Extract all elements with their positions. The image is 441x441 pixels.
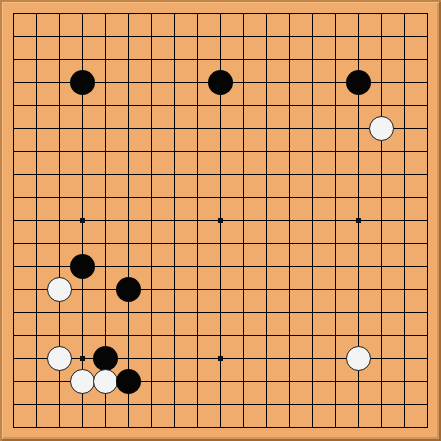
intersection-D5[interactable] (71, 324, 94, 347)
intersection-B2[interactable] (25, 393, 48, 416)
intersection-D11[interactable] (71, 186, 94, 209)
intersection-P19[interactable] (324, 2, 347, 25)
intersection-O8[interactable] (301, 255, 324, 278)
intersection-B7[interactable] (25, 278, 48, 301)
black-stone-D16[interactable]: ● (70, 70, 95, 95)
intersection-R1[interactable] (370, 416, 393, 439)
intersection-L9[interactable] (232, 232, 255, 255)
intersection-S5[interactable] (393, 324, 416, 347)
black-stone-F3[interactable]: ● (116, 369, 141, 394)
intersection-D6[interactable] (71, 301, 94, 324)
intersection-M11[interactable] (255, 186, 278, 209)
intersection-C1[interactable] (48, 416, 71, 439)
intersection-O12[interactable] (301, 163, 324, 186)
intersection-F13[interactable] (117, 140, 140, 163)
intersection-D17[interactable] (71, 48, 94, 71)
intersection-A8[interactable] (2, 255, 25, 278)
intersection-Q9[interactable] (347, 232, 370, 255)
intersection-K13[interactable] (209, 140, 232, 163)
intersection-G8[interactable] (140, 255, 163, 278)
intersection-E1[interactable] (94, 416, 117, 439)
intersection-R16[interactable] (370, 71, 393, 94)
intersection-O17[interactable] (301, 48, 324, 71)
intersection-B5[interactable] (25, 324, 48, 347)
black-stone-Q16[interactable]: ● (346, 70, 371, 95)
black-stone-F7[interactable]: ● (116, 277, 141, 302)
intersection-G10[interactable] (140, 209, 163, 232)
intersection-O4[interactable] (301, 347, 324, 370)
intersection-D19[interactable] (71, 2, 94, 25)
intersection-D12[interactable] (71, 163, 94, 186)
intersection-S19[interactable] (393, 2, 416, 25)
intersection-N2[interactable] (278, 393, 301, 416)
intersection-M9[interactable] (255, 232, 278, 255)
intersection-O14[interactable] (301, 117, 324, 140)
intersection-H12[interactable] (163, 163, 186, 186)
intersection-N16[interactable] (278, 71, 301, 94)
intersection-H17[interactable] (163, 48, 186, 71)
intersection-R4[interactable] (370, 347, 393, 370)
intersection-Q15[interactable] (347, 94, 370, 117)
intersection-G16[interactable] (140, 71, 163, 94)
intersection-S7[interactable] (393, 278, 416, 301)
intersection-L18[interactable] (232, 25, 255, 48)
intersection-C16[interactable] (48, 71, 71, 94)
intersection-O19[interactable] (301, 2, 324, 25)
intersection-L13[interactable] (232, 140, 255, 163)
intersection-Q1[interactable] (347, 416, 370, 439)
intersection-S2[interactable] (393, 393, 416, 416)
intersection-L14[interactable] (232, 117, 255, 140)
intersection-M16[interactable] (255, 71, 278, 94)
intersection-A15[interactable] (2, 94, 25, 117)
intersection-T5[interactable] (416, 324, 439, 347)
intersection-F15[interactable] (117, 94, 140, 117)
intersection-G9[interactable] (140, 232, 163, 255)
intersection-F9[interactable] (117, 232, 140, 255)
intersection-B9[interactable] (25, 232, 48, 255)
intersection-M6[interactable] (255, 301, 278, 324)
intersection-H6[interactable] (163, 301, 186, 324)
intersection-B13[interactable] (25, 140, 48, 163)
intersection-R10[interactable] (370, 209, 393, 232)
intersection-A3[interactable] (2, 370, 25, 393)
intersection-S15[interactable] (393, 94, 416, 117)
intersection-L10[interactable] (232, 209, 255, 232)
intersection-Q10[interactable] (347, 209, 370, 232)
intersection-L6[interactable] (232, 301, 255, 324)
intersection-D15[interactable] (71, 94, 94, 117)
intersection-T8[interactable] (416, 255, 439, 278)
intersection-A9[interactable] (2, 232, 25, 255)
intersection-J17[interactable] (186, 48, 209, 71)
intersection-G19[interactable] (140, 2, 163, 25)
intersection-B15[interactable] (25, 94, 48, 117)
intersection-C14[interactable] (48, 117, 71, 140)
intersection-K17[interactable] (209, 48, 232, 71)
intersection-G7[interactable] (140, 278, 163, 301)
intersection-M17[interactable] (255, 48, 278, 71)
intersection-F6[interactable] (117, 301, 140, 324)
intersection-G14[interactable] (140, 117, 163, 140)
intersection-L7[interactable] (232, 278, 255, 301)
intersection-E18[interactable] (94, 25, 117, 48)
intersection-J9[interactable] (186, 232, 209, 255)
intersection-J7[interactable] (186, 278, 209, 301)
intersection-N14[interactable] (278, 117, 301, 140)
intersection-D13[interactable] (71, 140, 94, 163)
intersection-C19[interactable] (48, 2, 71, 25)
intersection-S6[interactable] (393, 301, 416, 324)
intersection-M7[interactable] (255, 278, 278, 301)
intersection-K4[interactable] (209, 347, 232, 370)
intersection-H8[interactable] (163, 255, 186, 278)
intersection-E17[interactable] (94, 48, 117, 71)
intersection-C6[interactable] (48, 301, 71, 324)
intersection-S3[interactable] (393, 370, 416, 393)
intersection-M2[interactable] (255, 393, 278, 416)
intersection-F16[interactable] (117, 71, 140, 94)
intersection-A10[interactable] (2, 209, 25, 232)
intersection-A13[interactable] (2, 140, 25, 163)
intersection-P14[interactable] (324, 117, 347, 140)
intersection-P9[interactable] (324, 232, 347, 255)
intersection-P7[interactable] (324, 278, 347, 301)
intersection-T17[interactable] (416, 48, 439, 71)
black-stone-E4[interactable]: ● (93, 346, 118, 371)
intersection-E5[interactable] (94, 324, 117, 347)
intersection-B1[interactable] (25, 416, 48, 439)
intersection-G13[interactable] (140, 140, 163, 163)
intersection-K7[interactable] (209, 278, 232, 301)
intersection-P11[interactable] (324, 186, 347, 209)
intersection-O5[interactable] (301, 324, 324, 347)
intersection-P8[interactable] (324, 255, 347, 278)
intersection-R12[interactable] (370, 163, 393, 186)
intersection-S13[interactable] (393, 140, 416, 163)
black-stone-D8[interactable]: ● (70, 254, 95, 279)
intersection-D1[interactable] (71, 416, 94, 439)
intersection-A12[interactable] (2, 163, 25, 186)
intersection-E8[interactable] (94, 255, 117, 278)
intersection-S14[interactable] (393, 117, 416, 140)
intersection-C15[interactable] (48, 94, 71, 117)
intersection-N7[interactable] (278, 278, 301, 301)
intersection-H11[interactable] (163, 186, 186, 209)
intersection-B3[interactable] (25, 370, 48, 393)
intersection-M4[interactable] (255, 347, 278, 370)
intersection-Q14[interactable] (347, 117, 370, 140)
white-stone-D3[interactable]: ○ (70, 369, 95, 394)
intersection-O10[interactable] (301, 209, 324, 232)
intersection-H16[interactable] (163, 71, 186, 94)
intersection-A1[interactable] (2, 416, 25, 439)
intersection-Q6[interactable] (347, 301, 370, 324)
intersection-O3[interactable] (301, 370, 324, 393)
intersection-J16[interactable] (186, 71, 209, 94)
intersection-D10[interactable] (71, 209, 94, 232)
intersection-P16[interactable] (324, 71, 347, 94)
intersection-G4[interactable] (140, 347, 163, 370)
intersection-O7[interactable] (301, 278, 324, 301)
intersection-M8[interactable] (255, 255, 278, 278)
intersection-S16[interactable] (393, 71, 416, 94)
intersection-A7[interactable] (2, 278, 25, 301)
intersection-B11[interactable] (25, 186, 48, 209)
intersection-G18[interactable] (140, 25, 163, 48)
intersection-F10[interactable] (117, 209, 140, 232)
intersection-K15[interactable] (209, 94, 232, 117)
intersection-H18[interactable] (163, 25, 186, 48)
intersection-C10[interactable] (48, 209, 71, 232)
intersection-H1[interactable] (163, 416, 186, 439)
intersection-E12[interactable] (94, 163, 117, 186)
intersection-D9[interactable] (71, 232, 94, 255)
intersection-C12[interactable] (48, 163, 71, 186)
intersection-J5[interactable] (186, 324, 209, 347)
intersection-B14[interactable] (25, 117, 48, 140)
intersection-J1[interactable] (186, 416, 209, 439)
intersection-B16[interactable] (25, 71, 48, 94)
intersection-E9[interactable] (94, 232, 117, 255)
intersection-K3[interactable] (209, 370, 232, 393)
intersection-F19[interactable] (117, 2, 140, 25)
intersection-H5[interactable] (163, 324, 186, 347)
intersection-S11[interactable] (393, 186, 416, 209)
intersection-E13[interactable] (94, 140, 117, 163)
intersection-H7[interactable] (163, 278, 186, 301)
intersection-F5[interactable] (117, 324, 140, 347)
intersection-Q17[interactable] (347, 48, 370, 71)
intersection-H4[interactable] (163, 347, 186, 370)
intersection-M12[interactable] (255, 163, 278, 186)
intersection-S17[interactable] (393, 48, 416, 71)
intersection-L17[interactable] (232, 48, 255, 71)
intersection-E10[interactable] (94, 209, 117, 232)
intersection-P15[interactable] (324, 94, 347, 117)
intersection-Q13[interactable] (347, 140, 370, 163)
intersection-B18[interactable] (25, 25, 48, 48)
intersection-O2[interactable] (301, 393, 324, 416)
intersection-T4[interactable] (416, 347, 439, 370)
intersection-T15[interactable] (416, 94, 439, 117)
intersection-F1[interactable] (117, 416, 140, 439)
intersection-K18[interactable] (209, 25, 232, 48)
intersection-M15[interactable] (255, 94, 278, 117)
intersection-C8[interactable] (48, 255, 71, 278)
intersection-L12[interactable] (232, 163, 255, 186)
intersection-P17[interactable] (324, 48, 347, 71)
intersection-B10[interactable] (25, 209, 48, 232)
intersection-E11[interactable] (94, 186, 117, 209)
intersection-K8[interactable] (209, 255, 232, 278)
intersection-F18[interactable] (117, 25, 140, 48)
intersection-N3[interactable] (278, 370, 301, 393)
intersection-T13[interactable] (416, 140, 439, 163)
white-stone-C7[interactable]: ○ (47, 277, 72, 302)
intersection-N9[interactable] (278, 232, 301, 255)
intersection-P2[interactable] (324, 393, 347, 416)
intersection-R18[interactable] (370, 25, 393, 48)
intersection-S8[interactable] (393, 255, 416, 278)
intersection-S18[interactable] (393, 25, 416, 48)
intersection-J10[interactable] (186, 209, 209, 232)
intersection-M3[interactable] (255, 370, 278, 393)
intersection-Q12[interactable] (347, 163, 370, 186)
intersection-A4[interactable] (2, 347, 25, 370)
intersection-L3[interactable] (232, 370, 255, 393)
black-stone-K16[interactable]: ● (208, 70, 233, 95)
intersection-Q18[interactable] (347, 25, 370, 48)
intersection-L8[interactable] (232, 255, 255, 278)
intersection-G12[interactable] (140, 163, 163, 186)
intersection-H14[interactable] (163, 117, 186, 140)
intersection-J2[interactable] (186, 393, 209, 416)
intersection-N6[interactable] (278, 301, 301, 324)
intersection-B17[interactable] (25, 48, 48, 71)
intersection-Q5[interactable] (347, 324, 370, 347)
intersection-T6[interactable] (416, 301, 439, 324)
intersection-G11[interactable] (140, 186, 163, 209)
intersection-M18[interactable] (255, 25, 278, 48)
intersection-M10[interactable] (255, 209, 278, 232)
intersection-A5[interactable] (2, 324, 25, 347)
intersection-B12[interactable] (25, 163, 48, 186)
intersection-H15[interactable] (163, 94, 186, 117)
intersection-Q8[interactable] (347, 255, 370, 278)
intersection-M19[interactable] (255, 2, 278, 25)
white-stone-R14[interactable]: ○ (369, 116, 394, 141)
intersection-H19[interactable] (163, 2, 186, 25)
intersection-H13[interactable] (163, 140, 186, 163)
intersection-B19[interactable] (25, 2, 48, 25)
intersection-R3[interactable] (370, 370, 393, 393)
intersection-N8[interactable] (278, 255, 301, 278)
intersection-E16[interactable] (94, 71, 117, 94)
intersection-R19[interactable] (370, 2, 393, 25)
intersection-H10[interactable] (163, 209, 186, 232)
intersection-H9[interactable] (163, 232, 186, 255)
intersection-N15[interactable] (278, 94, 301, 117)
intersection-T3[interactable] (416, 370, 439, 393)
intersection-J4[interactable] (186, 347, 209, 370)
intersection-P1[interactable] (324, 416, 347, 439)
intersection-L11[interactable] (232, 186, 255, 209)
intersection-R8[interactable] (370, 255, 393, 278)
white-stone-Q4[interactable]: ○ (346, 346, 371, 371)
intersection-A14[interactable] (2, 117, 25, 140)
intersection-K10[interactable] (209, 209, 232, 232)
intersection-B8[interactable] (25, 255, 48, 278)
intersection-O18[interactable] (301, 25, 324, 48)
intersection-F2[interactable] (117, 393, 140, 416)
intersection-N5[interactable] (278, 324, 301, 347)
intersection-R13[interactable] (370, 140, 393, 163)
intersection-T2[interactable] (416, 393, 439, 416)
intersection-K12[interactable] (209, 163, 232, 186)
intersection-O13[interactable] (301, 140, 324, 163)
intersection-M13[interactable] (255, 140, 278, 163)
intersection-T9[interactable] (416, 232, 439, 255)
intersection-T7[interactable] (416, 278, 439, 301)
intersection-F14[interactable] (117, 117, 140, 140)
intersection-A19[interactable] (2, 2, 25, 25)
intersection-F12[interactable] (117, 163, 140, 186)
intersection-Q11[interactable] (347, 186, 370, 209)
intersection-F8[interactable] (117, 255, 140, 278)
intersection-T18[interactable] (416, 25, 439, 48)
intersection-O15[interactable] (301, 94, 324, 117)
intersection-F17[interactable] (117, 48, 140, 71)
intersection-P18[interactable] (324, 25, 347, 48)
intersection-L15[interactable] (232, 94, 255, 117)
intersection-P10[interactable] (324, 209, 347, 232)
intersection-S10[interactable] (393, 209, 416, 232)
intersection-B6[interactable] (25, 301, 48, 324)
intersection-S4[interactable] (393, 347, 416, 370)
intersection-E7[interactable] (94, 278, 117, 301)
intersection-D14[interactable] (71, 117, 94, 140)
intersection-N10[interactable] (278, 209, 301, 232)
intersection-E15[interactable] (94, 94, 117, 117)
intersection-R11[interactable] (370, 186, 393, 209)
intersection-K2[interactable] (209, 393, 232, 416)
intersection-J6[interactable] (186, 301, 209, 324)
intersection-T10[interactable] (416, 209, 439, 232)
intersection-M14[interactable] (255, 117, 278, 140)
intersection-J19[interactable] (186, 2, 209, 25)
intersection-P12[interactable] (324, 163, 347, 186)
intersection-C17[interactable] (48, 48, 71, 71)
intersection-A16[interactable] (2, 71, 25, 94)
intersection-G6[interactable] (140, 301, 163, 324)
intersection-H2[interactable] (163, 393, 186, 416)
white-stone-C4[interactable]: ○ (47, 346, 72, 371)
intersection-N12[interactable] (278, 163, 301, 186)
intersection-K1[interactable] (209, 416, 232, 439)
intersection-E14[interactable] (94, 117, 117, 140)
intersection-J18[interactable] (186, 25, 209, 48)
intersection-O9[interactable] (301, 232, 324, 255)
intersection-C11[interactable] (48, 186, 71, 209)
intersection-C2[interactable] (48, 393, 71, 416)
intersection-D2[interactable] (71, 393, 94, 416)
intersection-K11[interactable] (209, 186, 232, 209)
intersection-A17[interactable] (2, 48, 25, 71)
intersection-S9[interactable] (393, 232, 416, 255)
intersection-N4[interactable] (278, 347, 301, 370)
intersection-G2[interactable] (140, 393, 163, 416)
intersection-A11[interactable] (2, 186, 25, 209)
intersection-O11[interactable] (301, 186, 324, 209)
intersection-O6[interactable] (301, 301, 324, 324)
intersection-K19[interactable] (209, 2, 232, 25)
intersection-S12[interactable] (393, 163, 416, 186)
intersection-R7[interactable] (370, 278, 393, 301)
intersection-P6[interactable] (324, 301, 347, 324)
intersection-R5[interactable] (370, 324, 393, 347)
intersection-G1[interactable] (140, 416, 163, 439)
intersection-G5[interactable] (140, 324, 163, 347)
intersection-A6[interactable] (2, 301, 25, 324)
intersection-J8[interactable] (186, 255, 209, 278)
intersection-D7[interactable] (71, 278, 94, 301)
intersection-N19[interactable] (278, 2, 301, 25)
intersection-E6[interactable] (94, 301, 117, 324)
intersection-J13[interactable] (186, 140, 209, 163)
intersection-Q2[interactable] (347, 393, 370, 416)
intersection-K5[interactable] (209, 324, 232, 347)
